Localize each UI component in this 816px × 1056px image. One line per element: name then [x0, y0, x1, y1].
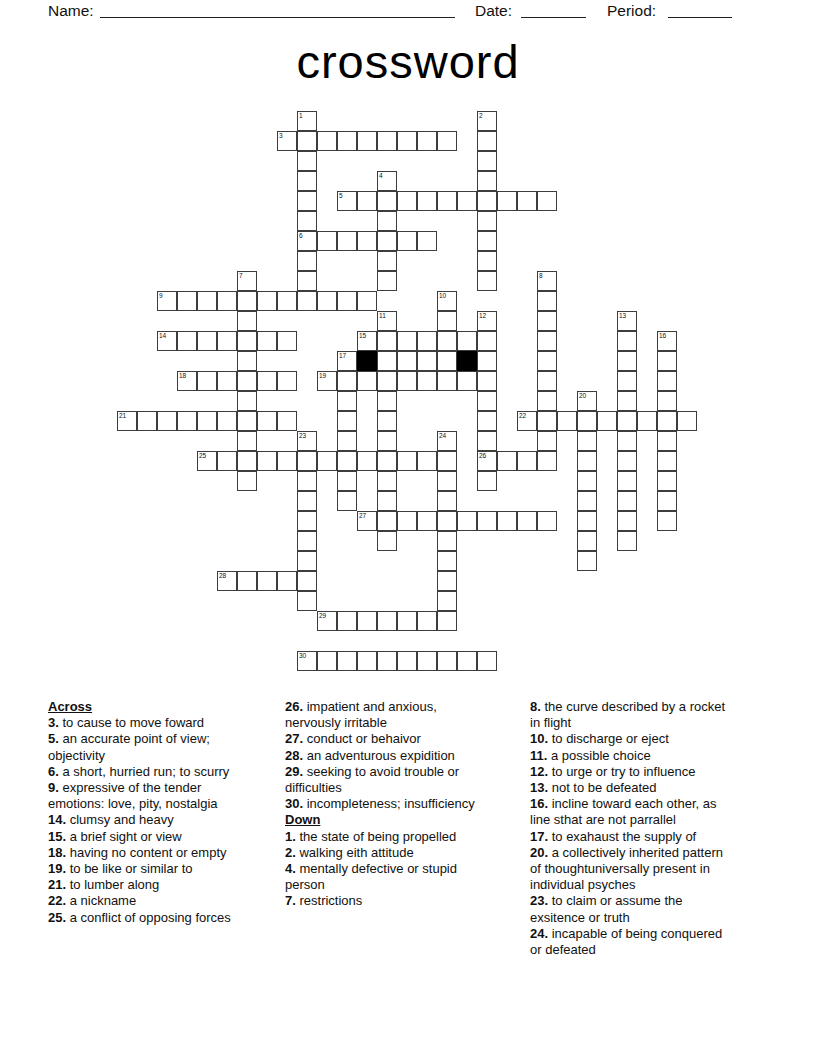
grid-cell[interactable]: [437, 511, 457, 531]
grid-cell[interactable]: [377, 331, 397, 351]
grid-cell[interactable]: [377, 371, 397, 391]
grid-cell[interactable]: [217, 291, 237, 311]
grid-cell[interactable]: [237, 311, 257, 331]
grid-cell[interactable]: [377, 511, 397, 531]
grid-cell[interactable]: [397, 191, 417, 211]
across-heading: Across: [48, 699, 248, 715]
grid-cell[interactable]: [397, 351, 417, 371]
grid-cell[interactable]: [377, 271, 397, 291]
grid-cell[interactable]: [237, 351, 257, 371]
grid-cell[interactable]: [577, 411, 597, 431]
grid-cell[interactable]: [617, 371, 637, 391]
clue-number: 29.: [285, 764, 307, 779]
grid-cell[interactable]: [497, 451, 517, 471]
grid-cell[interactable]: [437, 331, 457, 351]
clue-number: 7.: [285, 893, 299, 908]
grid-cell[interactable]: [217, 411, 237, 431]
grid-cell[interactable]: [217, 331, 237, 351]
grid-cell[interactable]: [337, 431, 357, 451]
period-label: Period:: [607, 2, 656, 20]
grid-cell[interactable]: [257, 291, 277, 311]
grid-cell[interactable]: 7: [237, 271, 257, 291]
grid-cell[interactable]: [537, 411, 557, 431]
cell-number: 19: [319, 372, 326, 379]
clue-item: 14. clumsy and heavy: [48, 812, 248, 828]
grid-cell[interactable]: [337, 231, 357, 251]
grid-cell[interactable]: [417, 231, 437, 251]
grid-cell[interactable]: [617, 411, 637, 431]
grid-cell[interactable]: [317, 451, 337, 471]
grid-cell[interactable]: [197, 411, 217, 431]
grid-cell[interactable]: [477, 651, 497, 671]
cell-number: 2: [479, 112, 483, 119]
grid-cell[interactable]: 1: [297, 111, 317, 131]
clue-number: 15.: [48, 829, 70, 844]
clue-item: 20. a collectively inherited pattern of …: [530, 845, 732, 894]
grid-cell[interactable]: [377, 191, 397, 211]
grid-cell[interactable]: [537, 431, 557, 451]
grid-cell[interactable]: [377, 411, 397, 431]
grid-cell[interactable]: 16: [657, 331, 677, 351]
grid-cell[interactable]: [357, 231, 377, 251]
grid-cell[interactable]: [417, 511, 437, 531]
grid-cell[interactable]: [357, 291, 377, 311]
grid-cell[interactable]: [617, 431, 637, 451]
cell-number: 20: [579, 392, 586, 399]
grid-cell[interactable]: [317, 651, 337, 671]
grid-cell[interactable]: 29: [317, 611, 337, 631]
grid-cell[interactable]: [457, 651, 477, 671]
clue-number: 16.: [530, 796, 552, 811]
grid-cell[interactable]: [657, 391, 677, 411]
grid-cell[interactable]: [537, 451, 557, 471]
grid-cell[interactable]: [357, 131, 377, 151]
grid-cell[interactable]: [377, 491, 397, 511]
grid-cell[interactable]: [477, 351, 497, 371]
grid-cell[interactable]: [277, 331, 297, 351]
grid-cell[interactable]: 27: [357, 511, 377, 531]
grid-cell[interactable]: 13: [617, 311, 637, 331]
clue-number: 4.: [285, 861, 299, 876]
clue-number: 2.: [285, 845, 299, 860]
grid-cell[interactable]: [417, 371, 437, 391]
cell-number: 24: [439, 432, 446, 439]
clue-item: 26. impatient and anxious, nervously irr…: [285, 699, 482, 731]
clue-item: 11. a possible choice: [530, 748, 732, 764]
grid-cell[interactable]: [517, 511, 537, 531]
grid-cell[interactable]: 3: [277, 131, 297, 151]
grid-cell[interactable]: 11: [377, 311, 397, 331]
grid-cell[interactable]: [317, 131, 337, 151]
grid-cell[interactable]: [417, 191, 437, 211]
grid-cell[interactable]: [477, 151, 497, 171]
grid-cell[interactable]: [237, 391, 257, 411]
grid-cell[interactable]: [237, 431, 257, 451]
grid-cell[interactable]: [437, 531, 457, 551]
grid-cell[interactable]: [357, 611, 377, 631]
grid-cell[interactable]: [217, 451, 237, 471]
grid-cell[interactable]: [297, 571, 317, 591]
clue-item: 7. restrictions: [285, 893, 482, 909]
grid-cell[interactable]: [577, 471, 597, 491]
grid-cell[interactable]: 15: [357, 331, 377, 351]
grid-cell[interactable]: [337, 371, 357, 391]
grid-cell[interactable]: [317, 291, 337, 311]
grid-cell[interactable]: [537, 371, 557, 391]
grid-cell[interactable]: 30: [297, 651, 317, 671]
grid-cell[interactable]: [457, 331, 477, 351]
grid-cell[interactable]: [257, 371, 277, 391]
period-blank-line[interactable]: [668, 2, 732, 18]
grid-cell[interactable]: [197, 291, 217, 311]
grid-cell[interactable]: [617, 351, 637, 371]
grid-cell[interactable]: [337, 651, 357, 671]
grid-cell[interactable]: [397, 451, 417, 471]
grid-cell[interactable]: [577, 511, 597, 531]
grid-cell[interactable]: [297, 251, 317, 271]
grid-cell[interactable]: [377, 651, 397, 671]
grid-cell[interactable]: [237, 451, 257, 471]
grid-cell[interactable]: [277, 571, 297, 591]
grid-cell[interactable]: [417, 351, 437, 371]
grid-cell[interactable]: [297, 211, 317, 231]
grid-cell[interactable]: [337, 411, 357, 431]
grid-cell[interactable]: [617, 531, 637, 551]
grid-cell[interactable]: 9: [157, 291, 177, 311]
grid-cell[interactable]: [197, 371, 217, 391]
grid-cell[interactable]: [457, 371, 477, 391]
grid-cell[interactable]: [437, 311, 457, 331]
cell-number: 3: [279, 132, 283, 139]
grid-cell[interactable]: [337, 291, 357, 311]
grid-cell[interactable]: [437, 651, 457, 671]
grid-cell[interactable]: [477, 371, 497, 391]
grid-cell[interactable]: [377, 431, 397, 451]
cell-number: 13: [619, 312, 626, 319]
grid-cell[interactable]: [337, 131, 357, 151]
grid-cell[interactable]: [297, 271, 317, 291]
grid-cell[interactable]: [337, 491, 357, 511]
grid-cell[interactable]: [357, 191, 377, 211]
clue-column-3: 8. the curve described by a rocket in fl…: [530, 699, 732, 958]
grid-cell[interactable]: 22: [517, 411, 537, 431]
grid-cell[interactable]: [317, 231, 337, 251]
grid-cell[interactable]: [477, 331, 497, 351]
grid-cell[interactable]: 21: [117, 411, 137, 431]
grid-cell[interactable]: [377, 471, 397, 491]
grid-cell[interactable]: [377, 211, 397, 231]
grid-cell[interactable]: [477, 431, 497, 451]
grid-cell[interactable]: 12: [477, 311, 497, 331]
grid-cell[interactable]: [377, 531, 397, 551]
black-cell: [357, 351, 377, 371]
grid-cell[interactable]: [457, 511, 477, 531]
grid-cell[interactable]: [657, 411, 677, 431]
grid-cell[interactable]: [397, 611, 417, 631]
clue-item: 12. to urge or try to influence: [530, 764, 732, 780]
grid-cell[interactable]: [537, 351, 557, 371]
grid-cell[interactable]: [297, 471, 317, 491]
grid-cell[interactable]: 19: [317, 371, 337, 391]
grid-cell[interactable]: [297, 591, 317, 611]
grid-cell[interactable]: [617, 471, 637, 491]
clue-number: 22.: [48, 893, 70, 908]
clue-number: 8.: [530, 699, 544, 714]
clue-number: 12.: [530, 764, 552, 779]
grid-cell[interactable]: [557, 411, 577, 431]
clue-item: 19. to be like or similar to: [48, 861, 248, 877]
clue-number: 27.: [285, 731, 307, 746]
cell-number: 1: [299, 112, 303, 119]
grid-cell[interactable]: [297, 531, 317, 551]
grid-cell[interactable]: [477, 231, 497, 251]
cell-number: 12: [479, 312, 486, 319]
grid-cell[interactable]: 18: [177, 371, 197, 391]
grid-cell[interactable]: [657, 511, 677, 531]
grid-cell[interactable]: [257, 411, 277, 431]
grid-cell[interactable]: [617, 511, 637, 531]
grid-cell[interactable]: [357, 651, 377, 671]
grid-cell[interactable]: [297, 171, 317, 191]
clue-item: 3. to cause to move foward: [48, 715, 248, 731]
clue-number: 14.: [48, 812, 70, 827]
grid-cell[interactable]: [417, 611, 437, 631]
grid-cell[interactable]: [657, 451, 677, 471]
grid-cell[interactable]: [437, 471, 457, 491]
grid-cell[interactable]: [297, 131, 317, 151]
grid-cell[interactable]: 26: [477, 451, 497, 471]
grid-cell[interactable]: [377, 251, 397, 271]
grid-cell[interactable]: [237, 331, 257, 351]
grid-cell[interactable]: [437, 551, 457, 571]
grid-cell[interactable]: [397, 651, 417, 671]
grid-cell[interactable]: [277, 371, 297, 391]
clue-item: 5. an accurate point of view; objectivit…: [48, 731, 248, 763]
grid-cell[interactable]: [477, 511, 497, 531]
grid-cell[interactable]: [437, 191, 457, 211]
cell-number: 29: [319, 612, 326, 619]
clue-item: 21. to lumber along: [48, 877, 248, 893]
grid-cell[interactable]: [517, 191, 537, 211]
grid-cell[interactable]: [657, 471, 677, 491]
grid-cell[interactable]: [457, 191, 477, 211]
clue-number: 11.: [530, 748, 551, 763]
grid-cell[interactable]: [477, 191, 497, 211]
grid-cell[interactable]: 28: [217, 571, 237, 591]
grid-cell[interactable]: [617, 391, 637, 411]
grid-cell[interactable]: [337, 611, 357, 631]
grid-cell[interactable]: [417, 131, 437, 151]
clue-item: 28. an adventurous expidition: [285, 748, 482, 764]
grid-cell[interactable]: [277, 411, 297, 431]
grid-cell[interactable]: [537, 311, 557, 331]
grid-cell[interactable]: [657, 491, 677, 511]
grid-cell[interactable]: [177, 411, 197, 431]
clue-number: 26.: [285, 699, 307, 714]
grid-cell[interactable]: 23: [297, 431, 317, 451]
clue-number: 21.: [48, 877, 70, 892]
clue-item: 13. not to be defeated: [530, 780, 732, 796]
grid-cell[interactable]: [277, 451, 297, 471]
grid-cell[interactable]: [537, 331, 557, 351]
grid-cell[interactable]: [477, 251, 497, 271]
grid-cell[interactable]: [417, 451, 437, 471]
cell-number: 15: [359, 332, 366, 339]
grid-cell[interactable]: [477, 171, 497, 191]
cell-number: 14: [159, 332, 166, 339]
down-heading: Down: [285, 812, 482, 828]
cell-number: 11: [379, 312, 386, 319]
grid-cell[interactable]: [177, 331, 197, 351]
grid-cell[interactable]: [577, 551, 597, 571]
grid-cell[interactable]: [237, 571, 257, 591]
grid-cell[interactable]: [437, 451, 457, 471]
grid-cell[interactable]: [397, 231, 417, 251]
grid-cell[interactable]: [577, 531, 597, 551]
grid-cell[interactable]: 2: [477, 111, 497, 131]
date-blank-line[interactable]: [521, 2, 586, 18]
grid-cell[interactable]: [537, 291, 557, 311]
clue-item: 6. a short, hurried run; to scurry: [48, 764, 248, 780]
grid-cell[interactable]: [357, 451, 377, 471]
grid-cell[interactable]: 6: [297, 231, 317, 251]
clue-item: 27. conduct or behaivor: [285, 731, 482, 747]
grid-cell[interactable]: [377, 231, 397, 251]
grid-cell[interactable]: [477, 471, 497, 491]
grid-cell[interactable]: [477, 131, 497, 151]
grid-cell[interactable]: 20: [577, 391, 597, 411]
grid-cell[interactable]: [237, 471, 257, 491]
grid-cell[interactable]: [397, 131, 417, 151]
grid-cell[interactable]: [657, 351, 677, 371]
grid-cell[interactable]: [197, 331, 217, 351]
grid-cell[interactable]: [417, 331, 437, 351]
grid-cell[interactable]: [337, 451, 357, 471]
grid-cell[interactable]: [257, 451, 277, 471]
grid-cell[interactable]: [437, 131, 457, 151]
grid-cell[interactable]: [437, 611, 457, 631]
grid-cell[interactable]: [617, 451, 637, 471]
grid-cell[interactable]: [297, 191, 317, 211]
grid-cell[interactable]: [157, 411, 177, 431]
grid-cell[interactable]: [517, 451, 537, 471]
grid-cell[interactable]: [257, 331, 277, 351]
grid-cell[interactable]: [617, 331, 637, 351]
cell-number: 27: [359, 512, 366, 519]
clue-number: 28.: [285, 748, 307, 763]
cell-number: 25: [199, 452, 206, 459]
grid-cell[interactable]: [657, 371, 677, 391]
cell-number: 22: [519, 412, 526, 419]
grid-cell[interactable]: [377, 451, 397, 471]
grid-cell[interactable]: [357, 371, 377, 391]
grid-cell[interactable]: [497, 191, 517, 211]
grid-cell[interactable]: [237, 371, 257, 391]
clue-number: 25.: [48, 910, 70, 925]
grid-cell[interactable]: [537, 191, 557, 211]
grid-cell[interactable]: [577, 491, 597, 511]
grid-cell[interactable]: [437, 371, 457, 391]
grid-cell[interactable]: 24: [437, 431, 457, 451]
grid-cell[interactable]: 14: [157, 331, 177, 351]
grid-cell[interactable]: [477, 391, 497, 411]
grid-cell[interactable]: [537, 391, 557, 411]
grid-cell[interactable]: [297, 511, 317, 531]
grid-cell[interactable]: [297, 451, 317, 471]
clue-number: 20.: [530, 845, 552, 860]
grid-cell[interactable]: [277, 291, 297, 311]
grid-cell[interactable]: [417, 651, 437, 671]
grid-cell[interactable]: [237, 291, 257, 311]
grid-cell[interactable]: 10: [437, 291, 457, 311]
clue-item: 2. walking eith attitude: [285, 845, 482, 861]
cell-number: 5: [339, 192, 343, 199]
grid-cell[interactable]: [397, 371, 417, 391]
grid-cell[interactable]: [437, 571, 457, 591]
name-blank-line[interactable]: [100, 2, 455, 18]
grid-cell[interactable]: [377, 351, 397, 371]
grid-cell[interactable]: [677, 411, 697, 431]
grid-cell[interactable]: 5: [337, 191, 357, 211]
grid-cell[interactable]: [437, 491, 457, 511]
grid-cell[interactable]: 17: [337, 351, 357, 371]
clue-column-1: Across3. to cause to move foward5. an ac…: [48, 699, 248, 926]
grid-cell[interactable]: [437, 351, 457, 371]
grid-cell[interactable]: [297, 291, 317, 311]
grid-cell[interactable]: [297, 491, 317, 511]
grid-cell[interactable]: 25: [197, 451, 217, 471]
grid-cell[interactable]: [377, 131, 397, 151]
grid-cell[interactable]: [657, 431, 677, 451]
grid-cell[interactable]: [297, 151, 317, 171]
grid-cell[interactable]: 8: [537, 271, 557, 291]
grid-cell[interactable]: [137, 411, 157, 431]
grid-cell[interactable]: [297, 551, 317, 571]
grid-cell[interactable]: [477, 271, 497, 291]
grid-cell[interactable]: 4: [377, 171, 397, 191]
grid-cell[interactable]: [397, 331, 417, 351]
grid-cell[interactable]: [337, 391, 357, 411]
grid-cell[interactable]: [497, 511, 517, 531]
grid-cell[interactable]: [337, 471, 357, 491]
grid-cell[interactable]: [377, 611, 397, 631]
worksheet-header: Name: Date: Period:: [0, 0, 816, 26]
grid-cell[interactable]: [617, 491, 637, 511]
clue-item: 24. incapable of being conquered or defe…: [530, 926, 732, 958]
grid-cell[interactable]: [537, 511, 557, 531]
clue-number: 9.: [48, 780, 62, 795]
clue-item: 16. incline toward each other, as line s…: [530, 796, 732, 828]
grid-cell[interactable]: [177, 291, 197, 311]
grid-cell[interactable]: [577, 451, 597, 471]
grid-cell[interactable]: [577, 431, 597, 451]
grid-cell[interactable]: [437, 591, 457, 611]
grid-cell[interactable]: [637, 411, 657, 431]
cell-number: 4: [379, 172, 383, 179]
grid-cell[interactable]: [257, 571, 277, 591]
clue-number: 13.: [530, 780, 552, 795]
clue-item: 25. a conflict of opposing forces: [48, 910, 248, 926]
grid-cell[interactable]: [237, 411, 257, 431]
grid-cell[interactable]: [597, 411, 617, 431]
grid-cell[interactable]: [477, 411, 497, 431]
grid-cell[interactable]: [397, 511, 417, 531]
grid-cell[interactable]: [217, 371, 237, 391]
cell-number: 7: [239, 272, 243, 279]
grid-cell[interactable]: [377, 391, 397, 411]
clue-item: 1. the state of being propelled: [285, 829, 482, 845]
grid-cell[interactable]: [477, 211, 497, 231]
